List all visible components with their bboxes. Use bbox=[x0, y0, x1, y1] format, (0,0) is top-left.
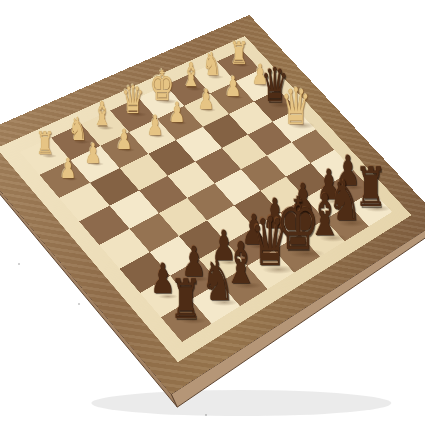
chess-set-photo: ♜♞♝♛♚♝♞♜♟♟♟♟♟♟♟♟♛♛♟♟♟♟♟♟♟♟♜♞♝♛♚♝♞♜ bbox=[0, 0, 425, 425]
ground-shadow bbox=[91, 390, 391, 416]
